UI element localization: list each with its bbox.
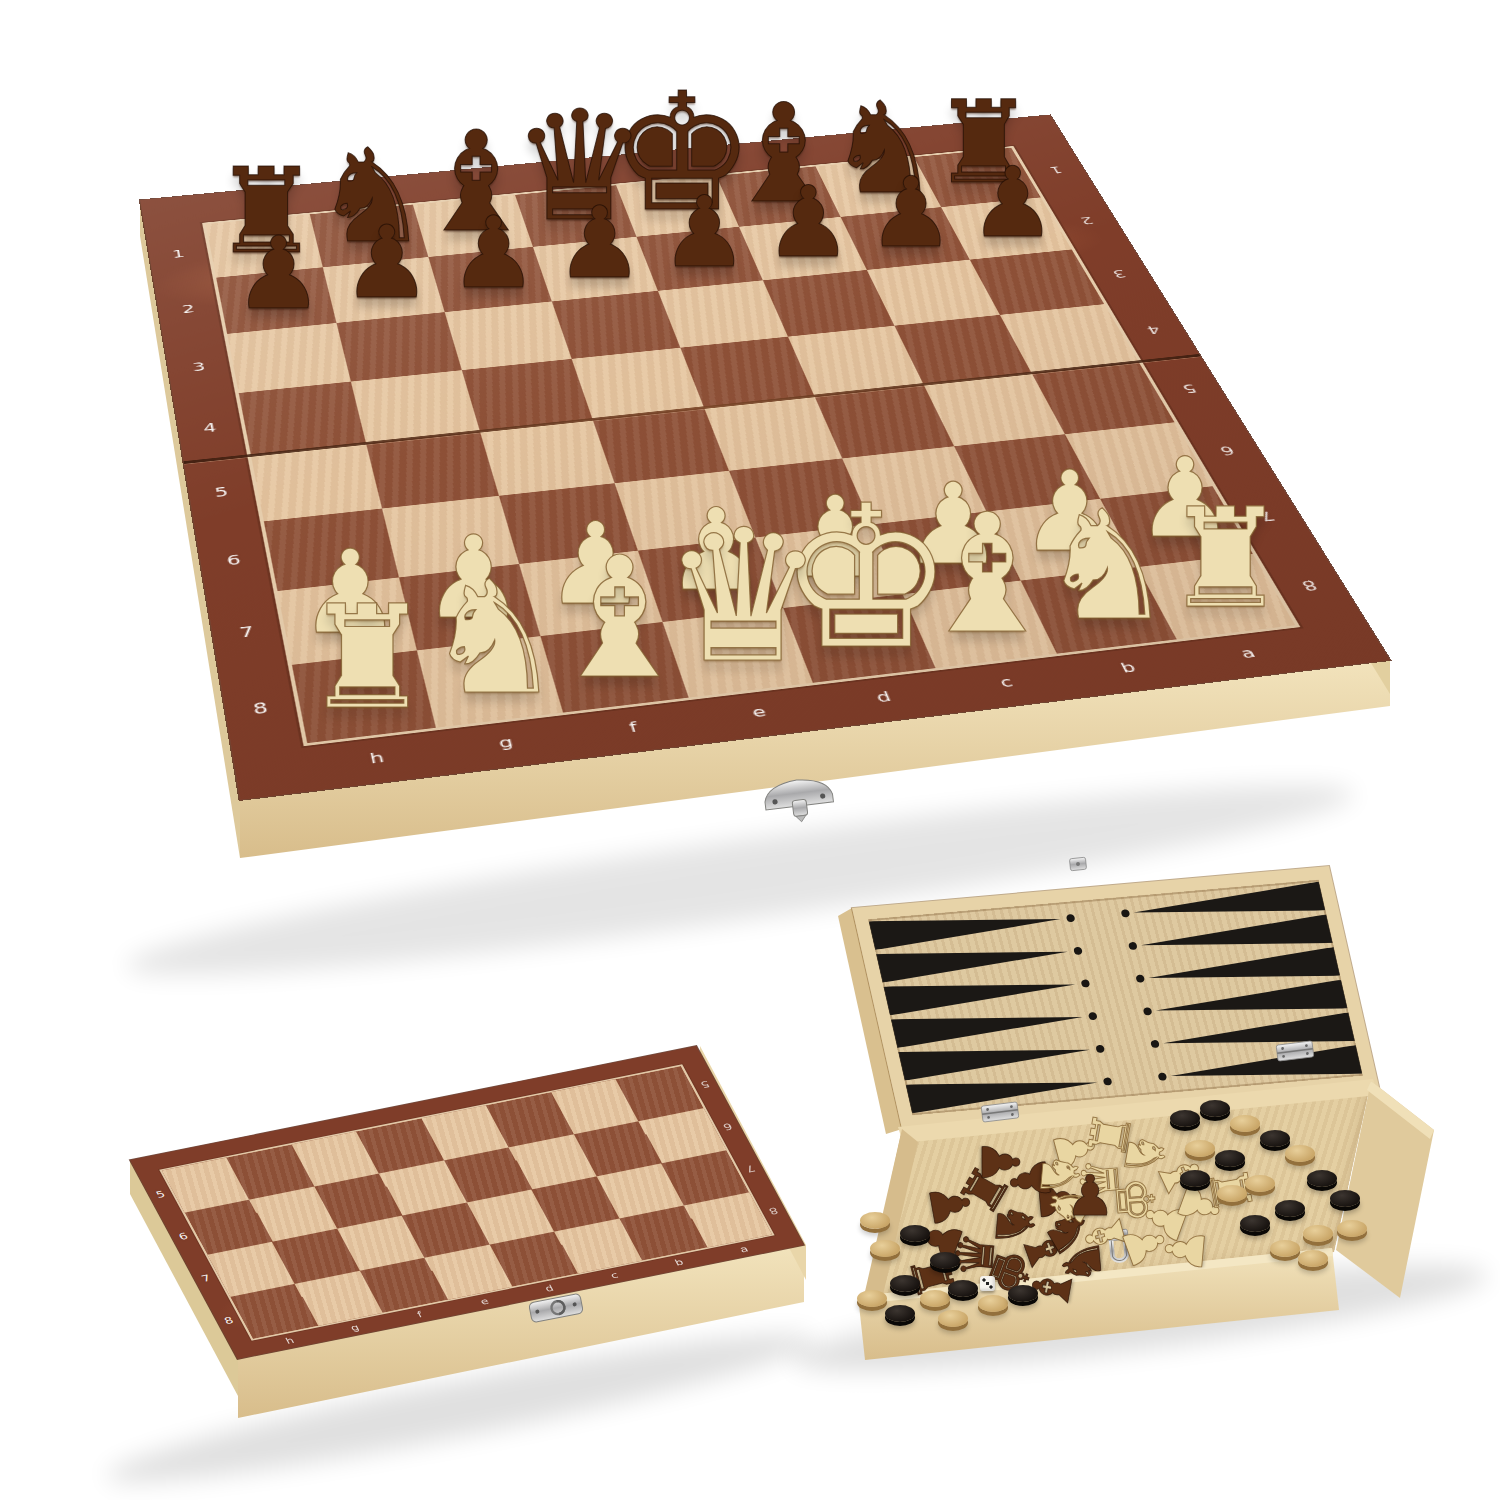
hardware-layer [0,0,1500,1500]
hinge-icon [1276,1041,1314,1061]
main-clasp-icon [763,776,836,826]
hook-clasp-icon [1107,1229,1130,1261]
product-photo: 1234567812345678hgfedcba 56785678hgfedcb… [0,0,1500,1500]
tray-right-wall [1336,1081,1434,1298]
tray-left-wall [864,1129,918,1308]
closed-box-latch-icon [529,1293,584,1323]
tray-back-rim [898,1079,1378,1143]
tray-front-wall [858,1248,1339,1360]
lid-catch-icon [1069,857,1086,871]
